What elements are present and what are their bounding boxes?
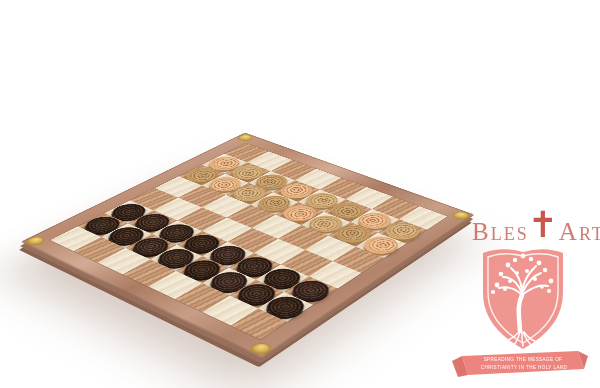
checkers-board (21, 133, 475, 359)
product-photo-stage: Bles✝Art (0, 0, 600, 388)
board-grid (50, 143, 447, 339)
brass-medallion-icon (451, 211, 470, 220)
brass-medallion-icon (249, 342, 272, 355)
brass-medallion-icon (25, 236, 46, 246)
perspective-scene (0, 0, 600, 388)
brass-medallion-icon (237, 134, 254, 141)
